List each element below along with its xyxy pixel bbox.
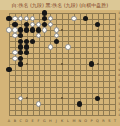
grid-line <box>9 13 116 14</box>
black-stone[interactable] <box>42 22 47 27</box>
row-label: 4 <box>118 97 120 100</box>
white-stone[interactable] <box>18 96 23 101</box>
row-label: 12 <box>118 51 120 54</box>
black-stone[interactable] <box>24 22 29 27</box>
black-stone[interactable] <box>89 61 94 66</box>
col-label: Q <box>96 119 99 123</box>
row-label: 14 <box>118 40 120 43</box>
black-stone[interactable] <box>83 16 88 21</box>
white-stone[interactable] <box>12 16 17 21</box>
white-stone[interactable] <box>12 50 17 55</box>
white-stone[interactable] <box>18 16 23 21</box>
col-label: G <box>43 119 46 123</box>
row-label: 8 <box>118 74 120 77</box>
black-stone[interactable] <box>95 22 100 27</box>
row-label: 10 <box>118 63 120 66</box>
black-stone[interactable] <box>24 27 29 32</box>
grid-line <box>9 58 116 59</box>
row-label: 18 <box>118 17 120 20</box>
game-info-header: 白:佚名 (九段) 黑:佚名 (九段) (白棋中盘胜) <box>0 0 120 10</box>
go-diagram: 白:佚名 (九段) 黑:佚名 (九段) (白棋中盘胜) ABCDEFGHJKLM… <box>0 0 120 126</box>
white-stone[interactable] <box>30 22 35 27</box>
grid-line <box>9 75 116 76</box>
white-stone[interactable] <box>24 16 29 21</box>
black-stone[interactable] <box>42 16 47 21</box>
col-label: A <box>8 119 10 123</box>
black-stone[interactable] <box>77 101 82 106</box>
white-stone[interactable] <box>42 27 47 32</box>
row-label: 6 <box>118 85 120 88</box>
black-stone[interactable] <box>18 33 23 38</box>
col-label: J <box>56 119 57 123</box>
white-stone[interactable] <box>36 33 41 38</box>
row-label: 16 <box>118 29 120 32</box>
star-point <box>97 29 99 31</box>
white-stone[interactable] <box>12 56 17 61</box>
grid-line <box>9 115 116 116</box>
row-label: 9 <box>118 68 120 71</box>
black-stone[interactable] <box>18 61 23 66</box>
white-stone[interactable] <box>36 101 41 106</box>
row-label: 15 <box>118 34 120 37</box>
black-stone[interactable] <box>18 39 23 44</box>
col-label: R <box>102 119 104 123</box>
black-stone[interactable] <box>24 44 29 49</box>
col-label: H <box>49 119 52 123</box>
black-stone[interactable] <box>30 39 35 44</box>
grid-line <box>9 104 116 105</box>
row-label: 13 <box>118 46 120 49</box>
row-label: 1 <box>118 114 120 117</box>
col-label: S <box>108 119 110 123</box>
black-stone[interactable] <box>18 27 23 32</box>
row-label: 7 <box>118 80 120 83</box>
col-label: B <box>14 119 16 123</box>
white-stone[interactable] <box>48 16 53 21</box>
white-stone[interactable] <box>65 44 70 49</box>
black-stone[interactable] <box>95 96 100 101</box>
black-stone[interactable] <box>24 50 29 55</box>
col-label: F <box>37 119 39 123</box>
white-stone[interactable] <box>71 16 76 21</box>
col-label: O <box>84 119 87 123</box>
grid-line <box>9 70 116 71</box>
black-stone[interactable] <box>6 16 11 21</box>
black-stone[interactable] <box>18 44 23 49</box>
row-label: 19 <box>118 12 120 15</box>
row-label: 17 <box>118 23 120 26</box>
col-label: E <box>31 119 33 123</box>
black-stone[interactable] <box>18 50 23 55</box>
col-label: P <box>91 119 93 123</box>
white-stone[interactable] <box>54 33 59 38</box>
col-label: T <box>114 119 116 123</box>
col-label: D <box>25 119 28 123</box>
black-stone[interactable] <box>6 67 11 72</box>
col-label: M <box>72 119 75 123</box>
white-stone[interactable] <box>48 22 53 27</box>
black-stone[interactable] <box>18 56 23 61</box>
grid-line <box>9 93 116 94</box>
col-label: C <box>20 119 22 123</box>
star-point <box>26 97 28 99</box>
star-point <box>26 63 28 65</box>
black-stone[interactable] <box>54 39 59 44</box>
black-stone[interactable] <box>24 39 29 44</box>
white-stone[interactable] <box>48 44 53 49</box>
white-stone[interactable] <box>12 33 17 38</box>
grid-line <box>9 87 116 88</box>
row-label: 5 <box>118 91 120 94</box>
white-stone[interactable] <box>30 16 35 21</box>
col-label: N <box>78 119 81 123</box>
go-board[interactable]: ABCDEFGHJKLMNOPQRST191817161514131211109… <box>0 10 120 126</box>
white-stone[interactable] <box>36 22 41 27</box>
grid-line <box>9 110 116 111</box>
black-stone[interactable] <box>36 27 41 32</box>
col-label: K <box>61 119 63 123</box>
black-stone[interactable] <box>12 22 17 27</box>
white-stone[interactable] <box>6 27 11 32</box>
black-stone[interactable] <box>42 10 47 15</box>
col-label: L <box>67 119 69 123</box>
row-label: 2 <box>118 108 120 111</box>
grid-line <box>9 81 116 82</box>
row-label: 11 <box>118 57 120 60</box>
white-stone[interactable] <box>12 27 17 32</box>
grid-line <box>9 36 116 37</box>
white-stone[interactable] <box>54 27 59 32</box>
row-label: 3 <box>118 102 120 105</box>
star-point <box>97 63 99 65</box>
black-stone[interactable] <box>30 27 35 32</box>
